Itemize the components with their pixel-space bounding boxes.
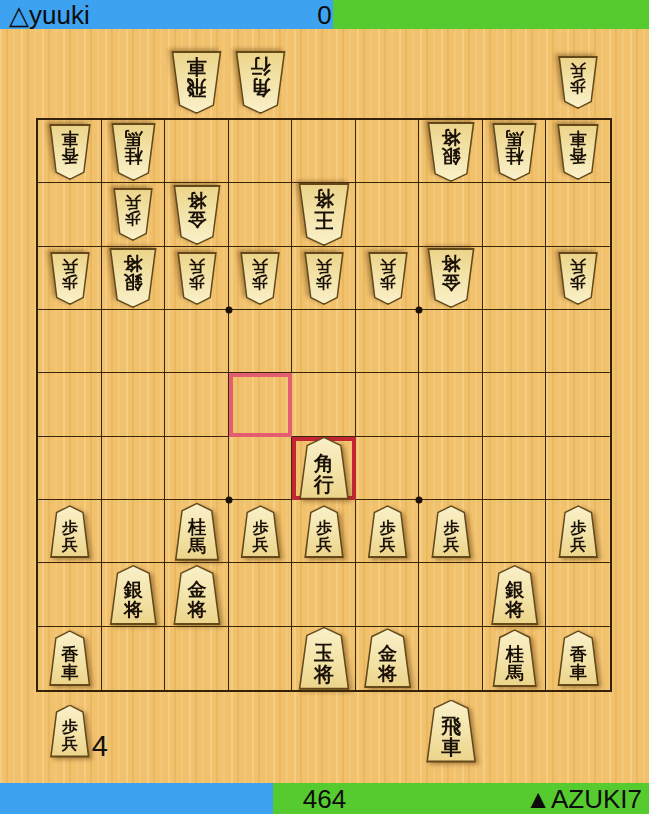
board-cell[interactable] [483,247,547,310]
board-cell[interactable] [102,627,166,690]
piece-pawn-sente[interactable]: 歩兵 [557,505,599,558]
board-cell[interactable] [483,310,547,373]
piece-pawn-gote[interactable]: 歩兵 [112,188,154,241]
top-player-time: 0 [0,0,649,29]
board-cell[interactable] [165,373,229,436]
piece-pawn-gote[interactable]: 歩兵 [49,252,91,305]
piece-lance-sente[interactable]: 香車 [48,630,92,686]
piece-lance-gote[interactable]: 香車 [556,124,600,180]
piece-pawn-sente[interactable]: 歩兵 [367,505,409,558]
board-cell[interactable] [546,373,610,436]
hand-count: 4 [92,730,108,763]
board-cell[interactable] [419,183,483,246]
piece-pawn-gote[interactable]: 歩兵 [176,252,218,305]
board-cell[interactable] [229,120,293,183]
piece-rook-sente[interactable]: 飛車 [425,700,478,763]
piece-gold-sente[interactable]: 金将 [172,565,222,625]
last-move-origin-square[interactable] [229,373,293,436]
board-cell[interactable] [229,183,293,246]
piece-pawn-gote[interactable]: 歩兵 [303,252,345,305]
board-cell[interactable] [165,310,229,373]
board-cell[interactable] [38,563,102,626]
piece-pawn-gote[interactable]: 歩兵 [557,252,599,305]
piece-pawn-sente[interactable]: 歩兵 [239,505,281,558]
board-cell[interactable] [546,183,610,246]
piece-pawn-sente[interactable]: 歩兵 [49,705,91,758]
board-cell[interactable] [356,563,420,626]
piece-pawn-gote[interactable]: 歩兵 [367,252,409,305]
piece-pawn-gote[interactable]: 歩兵 [557,56,599,109]
piece-bishop-sente[interactable]: 角行 [298,437,351,500]
piece-knight-sente[interactable]: 桂馬 [173,503,220,561]
piece-silver-sente[interactable]: 銀将 [108,565,158,625]
board-cell[interactable] [292,310,356,373]
piece-pawn-sente[interactable]: 歩兵 [49,505,91,558]
board-cell[interactable] [356,437,420,500]
piece-gold-sente[interactable]: 金将 [363,628,413,688]
piece-lance-sente[interactable]: 香車 [556,630,600,686]
board-cell[interactable] [483,373,547,436]
board-cell[interactable] [419,310,483,373]
piece-pawn-gote[interactable]: 歩兵 [239,252,281,305]
board-cell[interactable] [165,120,229,183]
board-cell[interactable] [356,120,420,183]
board-cell[interactable] [546,563,610,626]
board-cell[interactable] [292,373,356,436]
board-cell[interactable] [483,183,547,246]
board-cell[interactable] [419,373,483,436]
board-cell[interactable] [356,373,420,436]
piece-king_gote-gote[interactable]: 王将 [297,183,351,246]
piece-gold-gote[interactable]: 金将 [426,248,476,308]
star-point [416,496,423,503]
board-cell[interactable] [165,437,229,500]
board-cell[interactable] [356,183,420,246]
piece-silver-sente[interactable]: 銀将 [490,565,540,625]
board-cell[interactable] [419,437,483,500]
board-cell[interactable] [419,627,483,690]
board-cell[interactable] [419,563,483,626]
board-cell[interactable] [165,627,229,690]
board-cell[interactable] [229,437,293,500]
star-point [225,496,232,503]
board-cell[interactable] [356,310,420,373]
piece-bishop-gote[interactable]: 角行 [234,51,287,114]
board-cell[interactable] [38,310,102,373]
piece-knight-gote[interactable]: 桂馬 [491,123,538,181]
piece-silver-gote[interactable]: 銀将 [108,248,158,308]
piece-knight-gote[interactable]: 桂馬 [110,123,157,181]
board-cell[interactable] [229,310,293,373]
bottom-player-name: ▲AZUKI7 [525,783,642,814]
star-point [416,306,423,313]
board-cell[interactable] [102,437,166,500]
board-cell[interactable] [292,563,356,626]
board-cell[interactable] [483,437,547,500]
piece-king_sente-sente[interactable]: 玉将 [297,627,351,690]
board-cell[interactable] [102,500,166,563]
board-cell[interactable] [292,120,356,183]
piece-silver-gote[interactable]: 銀将 [426,122,476,182]
board-cell[interactable] [38,373,102,436]
board-cell[interactable] [546,437,610,500]
board-cell[interactable] [229,627,293,690]
board-cell[interactable] [38,437,102,500]
piece-pawn-sente[interactable]: 歩兵 [303,505,345,558]
board-cell[interactable] [102,373,166,436]
piece-gold-gote[interactable]: 金将 [172,185,222,245]
piece-knight-sente[interactable]: 桂馬 [491,629,538,687]
board-cell[interactable] [483,500,547,563]
board-cell[interactable] [102,310,166,373]
star-point [225,306,232,313]
board-cell[interactable] [229,563,293,626]
board-cell[interactable] [38,183,102,246]
board-cell[interactable] [546,310,610,373]
piece-lance-gote[interactable]: 香車 [48,124,92,180]
piece-rook-gote[interactable]: 飛車 [170,51,223,114]
piece-pawn-sente[interactable]: 歩兵 [430,505,472,558]
